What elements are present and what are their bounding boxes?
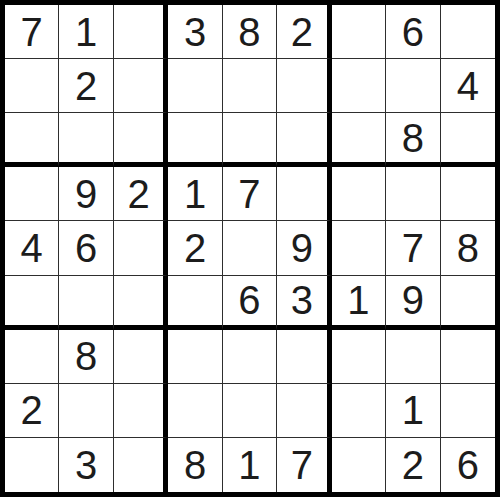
sudoku-board: 71382624892174629786319821381726 [0, 0, 500, 497]
cell-r3c4[interactable] [168, 113, 222, 167]
cell-r9c5[interactable]: 1 [223, 438, 277, 492]
cell-r5c5[interactable] [223, 221, 277, 275]
cell-r1c3[interactable] [114, 5, 168, 59]
cell-r1c6[interactable]: 2 [277, 5, 331, 59]
cell-r1c1[interactable]: 7 [5, 5, 59, 59]
cell-r5c6[interactable]: 9 [277, 221, 331, 275]
cell-r4c1[interactable] [5, 167, 59, 221]
cell-r1c9[interactable] [441, 5, 495, 59]
cell-r1c2[interactable]: 1 [59, 5, 113, 59]
cell-r9c3[interactable] [114, 438, 168, 492]
cell-r4c9[interactable] [441, 167, 495, 221]
cell-r4c2[interactable]: 9 [59, 167, 113, 221]
cell-r8c6[interactable] [277, 384, 331, 438]
cell-r8c8[interactable]: 1 [386, 384, 440, 438]
cell-r9c9[interactable]: 6 [441, 438, 495, 492]
cell-r6c5[interactable]: 6 [223, 276, 277, 330]
cell-r1c4[interactable]: 3 [168, 5, 222, 59]
cell-r4c4[interactable]: 1 [168, 167, 222, 221]
cell-r2c7[interactable] [332, 59, 386, 113]
cell-r5c2[interactable]: 6 [59, 221, 113, 275]
cell-r6c4[interactable] [168, 276, 222, 330]
cell-r8c1[interactable]: 2 [5, 384, 59, 438]
cell-r1c8[interactable]: 6 [386, 5, 440, 59]
cell-r4c7[interactable] [332, 167, 386, 221]
cell-r5c1[interactable]: 4 [5, 221, 59, 275]
cell-r9c4[interactable]: 8 [168, 438, 222, 492]
cell-r3c5[interactable] [223, 113, 277, 167]
cell-r9c1[interactable] [5, 438, 59, 492]
cell-r7c3[interactable] [114, 330, 168, 384]
cell-r3c7[interactable] [332, 113, 386, 167]
cell-r2c4[interactable] [168, 59, 222, 113]
cell-r8c4[interactable] [168, 384, 222, 438]
cell-r3c9[interactable] [441, 113, 495, 167]
cell-r7c9[interactable] [441, 330, 495, 384]
cell-r3c2[interactable] [59, 113, 113, 167]
cell-r6c3[interactable] [114, 276, 168, 330]
cell-r4c6[interactable] [277, 167, 331, 221]
cell-r1c5[interactable]: 8 [223, 5, 277, 59]
cell-r3c3[interactable] [114, 113, 168, 167]
cell-r2c9[interactable]: 4 [441, 59, 495, 113]
cell-r9c2[interactable]: 3 [59, 438, 113, 492]
cell-r6c7[interactable]: 1 [332, 276, 386, 330]
cell-r6c9[interactable] [441, 276, 495, 330]
cell-r2c8[interactable] [386, 59, 440, 113]
cell-r4c8[interactable] [386, 167, 440, 221]
cell-r2c3[interactable] [114, 59, 168, 113]
cell-r5c8[interactable]: 7 [386, 221, 440, 275]
cell-r2c1[interactable] [5, 59, 59, 113]
cell-r6c1[interactable] [5, 276, 59, 330]
cell-r7c6[interactable] [277, 330, 331, 384]
cell-r3c1[interactable] [5, 113, 59, 167]
cell-r5c7[interactable] [332, 221, 386, 275]
cell-r4c5[interactable]: 7 [223, 167, 277, 221]
sudoku-puzzle: 71382624892174629786319821381726 [0, 0, 500, 497]
cell-r5c3[interactable] [114, 221, 168, 275]
cell-r7c5[interactable] [223, 330, 277, 384]
cell-r6c2[interactable] [59, 276, 113, 330]
cell-r1c7[interactable] [332, 5, 386, 59]
cell-r6c6[interactable]: 3 [277, 276, 331, 330]
cell-r9c7[interactable] [332, 438, 386, 492]
cell-r8c7[interactable] [332, 384, 386, 438]
cell-r2c6[interactable] [277, 59, 331, 113]
cell-r7c1[interactable] [5, 330, 59, 384]
cell-r2c2[interactable]: 2 [59, 59, 113, 113]
cell-r7c8[interactable] [386, 330, 440, 384]
cell-r8c3[interactable] [114, 384, 168, 438]
cell-r4c3[interactable]: 2 [114, 167, 168, 221]
cell-r8c9[interactable] [441, 384, 495, 438]
cell-r6c8[interactable]: 9 [386, 276, 440, 330]
cell-r8c5[interactable] [223, 384, 277, 438]
cell-r9c6[interactable]: 7 [277, 438, 331, 492]
cell-r3c6[interactable] [277, 113, 331, 167]
cell-r9c8[interactable]: 2 [386, 438, 440, 492]
cell-r5c9[interactable]: 8 [441, 221, 495, 275]
cell-r2c5[interactable] [223, 59, 277, 113]
cell-r5c4[interactable]: 2 [168, 221, 222, 275]
cell-r8c2[interactable] [59, 384, 113, 438]
cell-r7c7[interactable] [332, 330, 386, 384]
cell-r7c2[interactable]: 8 [59, 330, 113, 384]
cell-r7c4[interactable] [168, 330, 222, 384]
cell-r3c8[interactable]: 8 [386, 113, 440, 167]
